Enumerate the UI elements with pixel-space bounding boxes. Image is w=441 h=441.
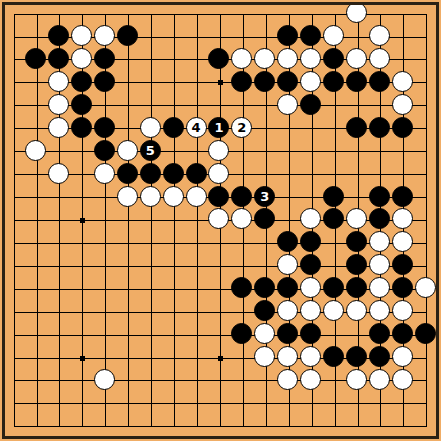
black-stone	[300, 231, 321, 252]
white-stone	[48, 71, 69, 92]
star-point	[80, 356, 85, 361]
white-stone-move-2: 2	[231, 117, 252, 138]
white-stone	[300, 71, 321, 92]
black-stone	[94, 71, 115, 92]
white-stone	[48, 94, 69, 115]
white-stone	[71, 48, 92, 69]
black-stone	[392, 254, 413, 275]
white-stone	[369, 277, 390, 298]
black-stone	[231, 186, 252, 207]
black-stone	[94, 140, 115, 161]
black-stone	[231, 323, 252, 344]
white-stone	[369, 300, 390, 321]
black-stone	[277, 277, 298, 298]
black-stone	[208, 186, 229, 207]
black-stone	[300, 254, 321, 275]
black-stone	[208, 48, 229, 69]
black-stone	[94, 48, 115, 69]
black-stone	[323, 186, 344, 207]
white-stone	[323, 300, 344, 321]
black-stone	[71, 94, 92, 115]
black-stone	[231, 277, 252, 298]
black-stone-move-1: 1	[208, 117, 229, 138]
black-stone	[300, 25, 321, 46]
white-stone	[392, 300, 413, 321]
black-stone	[94, 117, 115, 138]
black-stone	[392, 277, 413, 298]
black-stone	[231, 71, 252, 92]
black-stone	[254, 277, 275, 298]
white-stone	[208, 208, 229, 229]
black-stone	[392, 186, 413, 207]
white-stone	[346, 208, 367, 229]
white-stone	[140, 186, 161, 207]
black-stone	[277, 25, 298, 46]
white-stone	[300, 300, 321, 321]
black-stone	[300, 323, 321, 344]
white-stone	[392, 208, 413, 229]
black-stone	[277, 231, 298, 252]
black-stone	[346, 346, 367, 367]
white-stone	[277, 369, 298, 390]
black-stone	[369, 186, 390, 207]
white-stone	[140, 117, 161, 138]
black-stone	[277, 71, 298, 92]
black-stone	[48, 48, 69, 69]
black-stone	[369, 117, 390, 138]
white-stone	[369, 25, 390, 46]
star-point	[218, 80, 223, 85]
black-stone	[346, 277, 367, 298]
white-stone	[71, 25, 92, 46]
white-stone	[346, 48, 367, 69]
white-stone	[231, 48, 252, 69]
white-stone	[94, 163, 115, 184]
black-stone-move-3: 3	[254, 186, 275, 207]
white-stone	[346, 300, 367, 321]
white-stone	[277, 346, 298, 367]
black-stone	[392, 323, 413, 344]
grid-line	[426, 14, 427, 428]
black-stone	[323, 48, 344, 69]
black-stone	[323, 346, 344, 367]
white-stone	[300, 208, 321, 229]
black-stone	[346, 254, 367, 275]
grid-line	[14, 426, 428, 427]
black-stone	[392, 117, 413, 138]
black-stone	[117, 163, 138, 184]
white-stone	[277, 300, 298, 321]
black-stone	[323, 277, 344, 298]
white-stone	[392, 71, 413, 92]
black-stone	[323, 208, 344, 229]
white-stone	[323, 25, 344, 46]
white-stone-move-4: 4	[186, 117, 207, 138]
black-stone	[48, 25, 69, 46]
white-stone	[300, 369, 321, 390]
white-stone	[163, 186, 184, 207]
black-stone	[346, 71, 367, 92]
black-stone	[117, 25, 138, 46]
star-point	[218, 356, 223, 361]
black-stone	[369, 208, 390, 229]
white-stone	[117, 186, 138, 207]
white-stone	[254, 323, 275, 344]
black-stone	[25, 48, 46, 69]
white-stone	[94, 25, 115, 46]
go-board[interactable]: 41253	[0, 0, 441, 441]
white-stone	[369, 254, 390, 275]
black-stone	[163, 163, 184, 184]
white-stone	[415, 277, 436, 298]
star-point	[80, 218, 85, 223]
black-stone	[277, 323, 298, 344]
black-stone	[346, 117, 367, 138]
white-stone	[277, 94, 298, 115]
white-stone	[48, 163, 69, 184]
grid-line	[14, 335, 428, 336]
black-stone	[254, 208, 275, 229]
white-stone	[208, 140, 229, 161]
white-stone	[277, 254, 298, 275]
white-stone	[300, 48, 321, 69]
go-diagram: 41253	[0, 0, 441, 441]
black-stone-move-5: 5	[140, 140, 161, 161]
white-stone	[117, 140, 138, 161]
white-stone	[94, 369, 115, 390]
white-stone	[392, 94, 413, 115]
white-stone	[277, 48, 298, 69]
white-stone	[346, 369, 367, 390]
white-stone	[231, 208, 252, 229]
white-stone	[186, 186, 207, 207]
black-stone	[163, 117, 184, 138]
black-stone	[71, 117, 92, 138]
black-stone	[369, 71, 390, 92]
black-stone	[369, 323, 390, 344]
white-stone	[25, 140, 46, 161]
black-stone	[346, 231, 367, 252]
white-stone	[369, 231, 390, 252]
black-stone	[300, 94, 321, 115]
white-stone	[369, 369, 390, 390]
white-stone	[300, 346, 321, 367]
white-stone	[346, 2, 367, 23]
white-stone	[208, 163, 229, 184]
white-stone	[392, 231, 413, 252]
black-stone	[71, 71, 92, 92]
white-stone	[48, 117, 69, 138]
black-stone	[140, 163, 161, 184]
white-stone	[392, 369, 413, 390]
white-stone	[254, 346, 275, 367]
white-stone	[300, 277, 321, 298]
white-stone	[254, 48, 275, 69]
black-stone	[254, 71, 275, 92]
white-stone	[392, 346, 413, 367]
black-stone	[186, 163, 207, 184]
black-stone	[369, 346, 390, 367]
grid-line	[14, 403, 428, 404]
black-stone	[323, 71, 344, 92]
black-stone	[415, 323, 436, 344]
black-stone	[254, 300, 275, 321]
white-stone	[369, 48, 390, 69]
